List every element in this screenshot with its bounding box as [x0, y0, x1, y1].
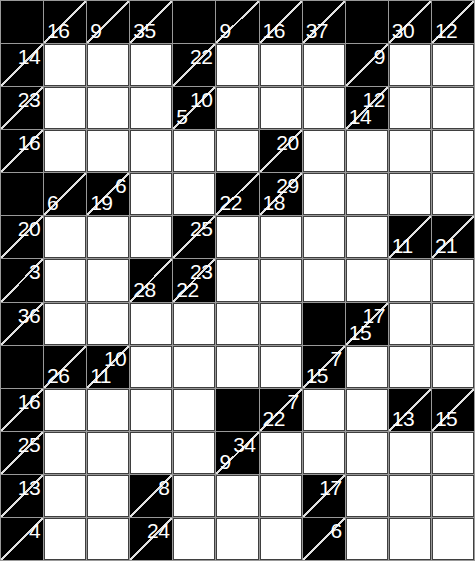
- cell-r7-c4[interactable]: [173, 303, 215, 345]
- across-clue: 6: [331, 520, 342, 541]
- across-clue: 16: [18, 132, 40, 153]
- across-clue: 20: [18, 218, 40, 239]
- cell-r4-c6: 2918: [260, 173, 302, 215]
- cell-r0-c6: 16: [260, 1, 302, 43]
- cell-r2-c3[interactable]: [130, 87, 172, 129]
- across-clue: 36: [18, 305, 40, 326]
- cell-r12-c3: 24: [130, 518, 172, 560]
- cell-r6-c3: 28: [130, 259, 172, 301]
- cell-r1-c7[interactable]: [303, 44, 345, 86]
- cell-r4-c3[interactable]: [130, 173, 172, 215]
- cell-r9-c4[interactable]: [173, 389, 215, 431]
- down-clue: 9: [219, 20, 230, 41]
- cell-r0-c3: 35: [130, 1, 172, 43]
- cell-r1-c4: 22: [173, 44, 215, 86]
- cell-r6-c0: 3: [1, 259, 43, 301]
- cell-r6-c7[interactable]: [303, 259, 345, 301]
- cell-r10-c3[interactable]: [130, 432, 172, 474]
- down-clue: 35: [133, 20, 155, 41]
- cell-r2-c2[interactable]: [87, 87, 129, 129]
- cell-r2-c7[interactable]: [303, 87, 345, 129]
- cell-r12-c1[interactable]: [44, 518, 86, 560]
- cell-r8-c5[interactable]: [216, 346, 258, 388]
- cell-r4-c2: 619: [87, 173, 129, 215]
- cell-r8-c2: 1011: [87, 346, 129, 388]
- cell-r9-c5: [216, 389, 258, 431]
- cell-r8-c10[interactable]: [432, 346, 474, 388]
- cell-r7-c1[interactable]: [44, 303, 86, 345]
- cell-r3-c1[interactable]: [44, 130, 86, 172]
- cell-r12-c0: 4: [1, 518, 43, 560]
- cell-r10-c4[interactable]: [173, 432, 215, 474]
- cell-r6-c1[interactable]: [44, 259, 86, 301]
- cell-r12-c2[interactable]: [87, 518, 129, 560]
- down-clue: 18: [263, 192, 285, 213]
- cell-r2-c1[interactable]: [44, 87, 86, 129]
- cell-r6-c4: 2322: [173, 259, 215, 301]
- cell-r8-c7: 715: [303, 346, 345, 388]
- cell-r3-c3[interactable]: [130, 130, 172, 172]
- cell-r1-c6[interactable]: [260, 44, 302, 86]
- down-clue: 14: [349, 106, 371, 127]
- cell-r12-c9[interactable]: [389, 518, 431, 560]
- cell-r11-c5[interactable]: [216, 475, 258, 517]
- cell-r0-c10: 12: [432, 1, 474, 43]
- cell-r10-c2[interactable]: [87, 432, 129, 474]
- cell-r12-c10[interactable]: [432, 518, 474, 560]
- cell-r0-c8: [346, 1, 388, 43]
- down-clue: 9: [90, 20, 101, 41]
- cell-r4-c10[interactable]: [432, 173, 474, 215]
- cell-r6-c2[interactable]: [87, 259, 129, 301]
- cell-r10-c5: 349: [216, 432, 258, 474]
- cell-r9-c8[interactable]: [346, 389, 388, 431]
- down-clue: 21: [435, 235, 457, 256]
- cell-r2-c8: 1214: [346, 87, 388, 129]
- cell-r11-c7: 17: [303, 475, 345, 517]
- cell-r1-c8: 9: [346, 44, 388, 86]
- cell-r9-c10: 15: [432, 389, 474, 431]
- across-clue: 14: [18, 46, 40, 67]
- down-clue: 19: [90, 192, 112, 213]
- cell-r5-c7[interactable]: [303, 216, 345, 258]
- down-clue: 15: [435, 408, 457, 429]
- across-clue: 23: [18, 89, 40, 110]
- down-clue: 16: [263, 20, 285, 41]
- down-clue: 5: [176, 106, 187, 127]
- across-clue: 7: [287, 391, 298, 412]
- cell-r2-c10[interactable]: [432, 87, 474, 129]
- down-clue: 9: [219, 451, 230, 472]
- cell-r5-c1[interactable]: [44, 216, 86, 258]
- cell-r3-c7[interactable]: [303, 130, 345, 172]
- cell-r9-c1[interactable]: [44, 389, 86, 431]
- cell-r8-c3[interactable]: [130, 346, 172, 388]
- cell-r9-c6: 722: [260, 389, 302, 431]
- cell-r8-c0: [1, 346, 43, 388]
- cell-r3-c5[interactable]: [216, 130, 258, 172]
- cell-r10-c0: 25: [1, 432, 43, 474]
- cell-r7-c6[interactable]: [260, 303, 302, 345]
- across-clue: 17: [319, 477, 341, 498]
- across-clue: 4: [29, 520, 40, 541]
- cell-r3-c6: 20: [260, 130, 302, 172]
- down-clue: 26: [47, 365, 69, 386]
- cell-r3-c10[interactable]: [432, 130, 474, 172]
- down-clue: 16: [47, 20, 69, 41]
- cell-r3-c9[interactable]: [389, 130, 431, 172]
- cell-r5-c10: 21: [432, 216, 474, 258]
- cell-r10-c9[interactable]: [389, 432, 431, 474]
- cell-r8-c6[interactable]: [260, 346, 302, 388]
- cell-r5-c6[interactable]: [260, 216, 302, 258]
- cell-r9-c7[interactable]: [303, 389, 345, 431]
- down-clue: 11: [392, 235, 413, 256]
- cell-r12-c5[interactable]: [216, 518, 258, 560]
- cell-r4-c4[interactable]: [173, 173, 215, 215]
- cell-r1-c1[interactable]: [44, 44, 86, 86]
- cell-r9-c0: 16: [1, 389, 43, 431]
- cell-r7-c10[interactable]: [432, 303, 474, 345]
- cell-r0-c2: 9: [87, 1, 129, 43]
- cell-r6-c10[interactable]: [432, 259, 474, 301]
- cell-r11-c6[interactable]: [260, 475, 302, 517]
- cell-r2-c5[interactable]: [216, 87, 258, 129]
- cell-r10-c10[interactable]: [432, 432, 474, 474]
- across-clue: 8: [158, 477, 169, 498]
- cell-r4-c0: [1, 173, 43, 215]
- cell-r0-c5: 9: [216, 1, 258, 43]
- cell-r0-c7: 37: [303, 1, 345, 43]
- cell-r2-c4: 105: [173, 87, 215, 129]
- cell-r7-c5[interactable]: [216, 303, 258, 345]
- cell-r1-c9[interactable]: [389, 44, 431, 86]
- cell-r4-c8[interactable]: [346, 173, 388, 215]
- cell-r7-c0: 36: [1, 303, 43, 345]
- cell-r11-c9[interactable]: [389, 475, 431, 517]
- across-clue: 9: [374, 46, 385, 67]
- cell-r8-c1: 26: [44, 346, 86, 388]
- cell-r2-c9[interactable]: [389, 87, 431, 129]
- cell-r5-c3[interactable]: [130, 216, 172, 258]
- cell-r0-c9: 30: [389, 1, 431, 43]
- cell-r7-c2[interactable]: [87, 303, 129, 345]
- cell-r12-c8[interactable]: [346, 518, 388, 560]
- cell-r5-c5[interactable]: [216, 216, 258, 258]
- cell-r11-c0: 13: [1, 475, 43, 517]
- cell-r1-c10[interactable]: [432, 44, 474, 86]
- cell-r5-c0: 20: [1, 216, 43, 258]
- across-clue: 3: [29, 261, 40, 282]
- cell-r4-c1: 6: [44, 173, 86, 215]
- cell-r2-c6[interactable]: [260, 87, 302, 129]
- cell-r5-c2[interactable]: [87, 216, 129, 258]
- down-clue: 28: [133, 279, 155, 300]
- cell-r4-c5: 22: [216, 173, 258, 215]
- across-clue: 25: [190, 218, 212, 239]
- cell-r11-c2[interactable]: [87, 475, 129, 517]
- cell-r7-c3[interactable]: [130, 303, 172, 345]
- cell-r9-c3[interactable]: [130, 389, 172, 431]
- cell-r11-c4[interactable]: [173, 475, 215, 517]
- down-clue: 15: [306, 365, 328, 386]
- cell-r3-c0: 16: [1, 130, 43, 172]
- down-clue: 22: [219, 192, 241, 213]
- across-clue: 34: [233, 434, 255, 455]
- down-clue: 22: [263, 408, 285, 429]
- cell-r5-c9: 11: [389, 216, 431, 258]
- down-clue: 6: [47, 192, 58, 213]
- cell-r7-c7: [303, 303, 345, 345]
- across-clue: 10: [190, 89, 212, 110]
- cell-r10-c6[interactable]: [260, 432, 302, 474]
- cell-r1-c3[interactable]: [130, 44, 172, 86]
- cell-r11-c1[interactable]: [44, 475, 86, 517]
- cell-r5-c8[interactable]: [346, 216, 388, 258]
- down-clue: 30: [392, 20, 414, 41]
- down-clue: 15: [349, 322, 371, 343]
- cell-r6-c5[interactable]: [216, 259, 258, 301]
- cell-r10-c7[interactable]: [303, 432, 345, 474]
- cell-r7-c9[interactable]: [389, 303, 431, 345]
- cell-r11-c10[interactable]: [432, 475, 474, 517]
- cell-r4-c9[interactable]: [389, 173, 431, 215]
- across-clue: 24: [147, 520, 169, 541]
- cell-r3-c2[interactable]: [87, 130, 129, 172]
- cell-r12-c4[interactable]: [173, 518, 215, 560]
- cell-r1-c0: 14: [1, 44, 43, 86]
- across-clue: 7: [331, 348, 342, 369]
- cell-r10-c8[interactable]: [346, 432, 388, 474]
- across-clue: 6: [115, 175, 126, 196]
- cell-r0-c1: 16: [44, 1, 86, 43]
- down-clue: 11: [90, 365, 111, 386]
- across-clue: 20: [276, 132, 298, 153]
- across-clue: 16: [18, 391, 40, 412]
- cell-r4-c7[interactable]: [303, 173, 345, 215]
- cell-r11-c3: 8: [130, 475, 172, 517]
- cell-r6-c8[interactable]: [346, 259, 388, 301]
- cell-r0-c4: [173, 1, 215, 43]
- cell-r5-c4: 25: [173, 216, 215, 258]
- cell-r8-c4[interactable]: [173, 346, 215, 388]
- cell-r3-c4[interactable]: [173, 130, 215, 172]
- down-clue: 12: [435, 20, 457, 41]
- cell-r10-c1[interactable]: [44, 432, 86, 474]
- cell-r11-c8[interactable]: [346, 475, 388, 517]
- cell-r8-c8[interactable]: [346, 346, 388, 388]
- cell-r7-c8: 1715: [346, 303, 388, 345]
- cell-r12-c6[interactable]: [260, 518, 302, 560]
- kakuro-board: 1693591637301214229231051214162066192229…: [0, 0, 475, 561]
- cell-r1-c5[interactable]: [216, 44, 258, 86]
- cell-r8-c9[interactable]: [389, 346, 431, 388]
- cell-r9-c9: 13: [389, 389, 431, 431]
- down-clue: 22: [176, 279, 198, 300]
- down-clue: 13: [392, 408, 414, 429]
- cell-r9-c2[interactable]: [87, 389, 129, 431]
- across-clue: 25: [18, 434, 40, 455]
- cell-r6-c6[interactable]: [260, 259, 302, 301]
- across-clue: 13: [18, 477, 40, 498]
- cell-r1-c2[interactable]: [87, 44, 129, 86]
- cell-r6-c9[interactable]: [389, 259, 431, 301]
- cell-r12-c7: 6: [303, 518, 345, 560]
- across-clue: 22: [190, 46, 212, 67]
- cell-r0-c0: [1, 1, 43, 43]
- cell-r3-c8[interactable]: [346, 130, 388, 172]
- down-clue: 37: [306, 20, 328, 41]
- cell-r2-c0: 23: [1, 87, 43, 129]
